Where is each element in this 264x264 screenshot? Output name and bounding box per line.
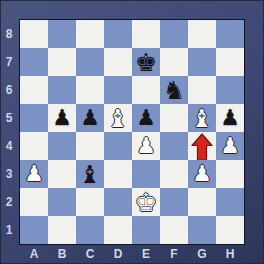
black-pawn-e5[interactable]: ♟ [136,107,156,129]
square-a6[interactable] [20,76,48,104]
black-pawn-c5[interactable]: ♟ [80,107,100,129]
square-h4[interactable]: ♟ [216,132,244,160]
rank-label-6: 6 [0,76,18,104]
file-label-a: A [20,245,48,264]
square-h1[interactable] [216,216,244,244]
square-f2[interactable] [160,188,188,216]
square-g3[interactable]: ♟ [188,160,216,188]
file-label-g: G [188,245,216,264]
square-b5[interactable]: ♟ [48,104,76,132]
black-bishop-c3[interactable]: ♝ [79,162,101,187]
square-e7[interactable]: ♚ [132,48,160,76]
file-label-d: D [104,245,132,264]
square-c1[interactable] [76,216,104,244]
move-arrow-up-icon [188,132,216,160]
square-b7[interactable] [48,48,76,76]
rank-label-1: 1 [0,216,18,244]
square-f6[interactable]: ♞ [160,76,188,104]
rank-label-8: 8 [0,20,18,48]
square-d2[interactable] [104,188,132,216]
square-h2[interactable] [216,188,244,216]
square-b4[interactable] [48,132,76,160]
square-d5[interactable]: ♝ [104,104,132,132]
rank-label-7: 7 [0,48,18,76]
white-pawn-e4[interactable]: ♟ [136,135,156,157]
square-e8[interactable] [132,20,160,48]
square-c8[interactable] [76,20,104,48]
square-g1[interactable] [188,216,216,244]
square-g6[interactable] [188,76,216,104]
square-c4[interactable] [76,132,104,160]
square-e2[interactable]: ♚ [132,188,160,216]
square-c5[interactable]: ♟ [76,104,104,132]
black-pawn-b5[interactable]: ♟ [52,107,72,129]
black-knight-f6[interactable]: ♞ [163,78,185,103]
black-king-e7[interactable]: ♚ [135,50,157,75]
square-f7[interactable] [160,48,188,76]
square-e3[interactable] [132,160,160,188]
square-h5[interactable]: ♟ [216,104,244,132]
square-a4[interactable] [20,132,48,160]
square-b8[interactable] [48,20,76,48]
file-label-b: B [48,245,76,264]
square-c2[interactable] [76,188,104,216]
square-a5[interactable] [20,104,48,132]
square-b1[interactable] [48,216,76,244]
white-pawn-a3[interactable]: ♟ [24,163,44,185]
rank-label-2: 2 [0,188,18,216]
square-f4[interactable] [160,132,188,160]
square-h8[interactable] [216,20,244,48]
white-pawn-g3[interactable]: ♟ [192,163,212,185]
square-d3[interactable] [104,160,132,188]
square-d7[interactable] [104,48,132,76]
file-label-h: H [216,245,244,264]
square-e5[interactable]: ♟ [132,104,160,132]
rank-label-3: 3 [0,160,18,188]
white-pawn-h4[interactable]: ♟ [220,135,240,157]
rank-label-5: 5 [0,104,18,132]
square-g4[interactable] [188,132,216,160]
square-g7[interactable] [188,48,216,76]
white-king-e2[interactable]: ♚ [135,190,157,215]
square-e1[interactable] [132,216,160,244]
square-a1[interactable] [20,216,48,244]
square-f3[interactable] [160,160,188,188]
square-f1[interactable] [160,216,188,244]
square-b2[interactable] [48,188,76,216]
square-b3[interactable] [48,160,76,188]
file-label-e: E [132,245,160,264]
square-f8[interactable] [160,20,188,48]
rank-label-4: 4 [0,132,18,160]
square-a7[interactable] [20,48,48,76]
chess-diagram: ♚♞♟♟♝♟♝♟♟♟♟♝♟♚ 87654321 ABCDEFGH [0,0,264,264]
square-e4[interactable]: ♟ [132,132,160,160]
square-c6[interactable] [76,76,104,104]
white-bishop-d5[interactable]: ♝ [107,106,129,131]
square-h7[interactable] [216,48,244,76]
white-bishop-g5[interactable]: ♝ [191,106,213,131]
file-label-f: F [160,245,188,264]
square-d4[interactable] [104,132,132,160]
square-f5[interactable] [160,104,188,132]
square-g5[interactable]: ♝ [188,104,216,132]
chess-board: ♚♞♟♟♝♟♝♟♟♟♟♝♟♚ [20,20,244,244]
square-b6[interactable] [48,76,76,104]
square-a3[interactable]: ♟ [20,160,48,188]
square-g8[interactable] [188,20,216,48]
file-label-c: C [76,245,104,264]
square-g2[interactable] [188,188,216,216]
square-c7[interactable] [76,48,104,76]
square-d6[interactable] [104,76,132,104]
square-d8[interactable] [104,20,132,48]
black-pawn-h5[interactable]: ♟ [220,107,240,129]
square-a8[interactable] [20,20,48,48]
square-a2[interactable] [20,188,48,216]
square-h3[interactable] [216,160,244,188]
square-d1[interactable] [104,216,132,244]
square-e6[interactable] [132,76,160,104]
square-c3[interactable]: ♝ [76,160,104,188]
square-h6[interactable] [216,76,244,104]
